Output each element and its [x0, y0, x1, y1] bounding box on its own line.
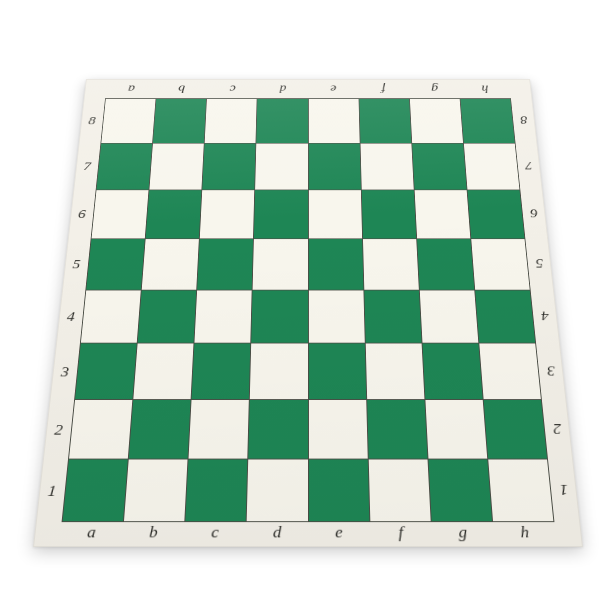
file-label-top-f: f	[358, 83, 409, 94]
square-b7[interactable]	[150, 143, 204, 189]
square-c7[interactable]	[202, 143, 255, 189]
square-b3[interactable]	[133, 344, 193, 400]
square-c3[interactable]	[192, 344, 251, 400]
file-label-top-a: a	[105, 83, 156, 94]
file-label-bottom-h: h	[493, 524, 556, 540]
square-e5[interactable]	[308, 239, 363, 289]
square-c5[interactable]	[197, 239, 253, 289]
square-b5[interactable]	[142, 239, 199, 289]
file-label-bottom-g: g	[431, 524, 494, 540]
rank-label-right-1: 1	[548, 459, 580, 522]
file-labels-top: abcdefgh	[105, 79, 511, 98]
square-c8[interactable]	[205, 99, 257, 143]
file-label-top-c: c	[207, 83, 258, 94]
chessboard-grid	[62, 98, 555, 522]
square-g5[interactable]	[417, 239, 474, 289]
square-a1[interactable]	[63, 460, 128, 522]
rank-label-right-7: 7	[516, 143, 543, 190]
square-f8[interactable]	[359, 99, 411, 143]
square-f7[interactable]	[360, 143, 413, 189]
file-label-bottom-c: c	[184, 524, 246, 540]
square-e6[interactable]	[308, 190, 361, 238]
square-h4[interactable]	[475, 290, 535, 343]
rank-label-right-4: 4	[531, 290, 560, 344]
rank-label-right-2: 2	[542, 400, 573, 459]
square-g3[interactable]	[422, 344, 482, 400]
square-g7[interactable]	[412, 143, 466, 189]
square-f3[interactable]	[365, 344, 424, 400]
file-label-top-h: h	[459, 83, 510, 94]
square-f4[interactable]	[364, 290, 421, 343]
square-h5[interactable]	[471, 239, 530, 289]
square-e4[interactable]	[308, 290, 364, 343]
file-label-top-d: d	[257, 83, 308, 94]
square-b2[interactable]	[129, 400, 191, 458]
square-b4[interactable]	[138, 290, 197, 343]
square-h6[interactable]	[467, 190, 524, 238]
square-h2[interactable]	[484, 400, 547, 458]
file-label-bottom-a: a	[60, 524, 123, 540]
square-a2[interactable]	[69, 400, 132, 458]
square-f6[interactable]	[361, 190, 416, 238]
square-d5[interactable]	[253, 239, 308, 289]
square-a7[interactable]	[97, 143, 153, 189]
square-c6[interactable]	[200, 190, 255, 238]
file-label-bottom-b: b	[122, 524, 185, 540]
photo-background: abcdefgh 87654321 87654321 abcdefgh	[0, 0, 600, 600]
square-a5[interactable]	[86, 239, 145, 289]
file-label-bottom-d: d	[246, 524, 308, 540]
square-a8[interactable]	[101, 99, 155, 143]
square-e1[interactable]	[308, 460, 368, 522]
square-e2[interactable]	[308, 400, 367, 458]
file-labels-bottom: abcdefgh	[59, 522, 557, 547]
file-label-bottom-e: e	[308, 524, 370, 540]
chessboard-mat: abcdefgh 87654321 87654321 abcdefgh	[33, 79, 583, 547]
square-f1[interactable]	[368, 460, 430, 522]
square-f5[interactable]	[363, 239, 419, 289]
square-e3[interactable]	[308, 344, 365, 400]
square-g4[interactable]	[420, 290, 479, 343]
square-f2[interactable]	[367, 400, 427, 458]
rank-label-right-5: 5	[525, 238, 554, 289]
square-g6[interactable]	[414, 190, 470, 238]
square-a3[interactable]	[75, 344, 137, 400]
square-h8[interactable]	[460, 99, 514, 143]
square-g8[interactable]	[410, 99, 463, 143]
file-label-top-e: e	[308, 83, 359, 94]
file-label-top-g: g	[409, 83, 460, 94]
square-d6[interactable]	[254, 190, 307, 238]
square-b6[interactable]	[146, 190, 202, 238]
square-d1[interactable]	[247, 460, 307, 522]
square-d7[interactable]	[255, 143, 307, 189]
square-d8[interactable]	[257, 99, 308, 143]
square-c4[interactable]	[195, 290, 252, 343]
square-d4[interactable]	[252, 290, 308, 343]
square-b8[interactable]	[153, 99, 206, 143]
square-e7[interactable]	[308, 143, 360, 189]
square-g1[interactable]	[428, 460, 492, 522]
rank-label-right-8: 8	[511, 98, 537, 143]
rank-label-right-3: 3	[536, 343, 566, 400]
square-c2[interactable]	[189, 400, 249, 458]
square-g2[interactable]	[425, 400, 487, 458]
rank-label-right-6: 6	[520, 190, 548, 239]
square-h3[interactable]	[479, 344, 541, 400]
file-label-top-b: b	[156, 83, 207, 94]
square-a6[interactable]	[92, 190, 149, 238]
square-d3[interactable]	[250, 344, 307, 400]
square-e8[interactable]	[308, 99, 359, 143]
square-c1[interactable]	[186, 460, 248, 522]
file-label-bottom-f: f	[370, 524, 432, 540]
square-h1[interactable]	[488, 460, 553, 522]
square-d2[interactable]	[249, 400, 308, 458]
square-h7[interactable]	[464, 143, 520, 189]
square-a4[interactable]	[81, 290, 141, 343]
square-b1[interactable]	[124, 460, 188, 522]
